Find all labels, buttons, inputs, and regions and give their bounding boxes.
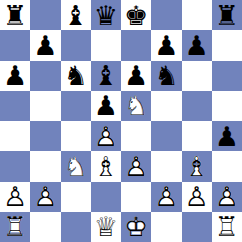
square-h1[interactable]: ♜♖ bbox=[212, 212, 242, 242]
square-e5[interactable]: ♞♘ bbox=[121, 91, 151, 121]
piece-white-king: ♚♔ bbox=[121, 212, 151, 242]
piece-black-bishop: ♝ bbox=[61, 0, 91, 30]
square-d5[interactable]: ♟ bbox=[91, 91, 121, 121]
piece-glyph-outline: ♘ bbox=[61, 151, 91, 181]
piece-white-pawn: ♟♙ bbox=[0, 182, 30, 212]
piece-glyph-outline: ♗ bbox=[91, 151, 121, 181]
piece-black-pawn: ♟ bbox=[151, 30, 181, 60]
square-b1[interactable] bbox=[30, 212, 60, 242]
square-f1[interactable] bbox=[151, 212, 181, 242]
piece-black-queen: ♛ bbox=[91, 0, 121, 30]
square-d8[interactable]: ♛ bbox=[91, 0, 121, 30]
square-f2[interactable]: ♟♙ bbox=[151, 182, 181, 212]
square-g6[interactable] bbox=[182, 61, 212, 91]
square-c2[interactable] bbox=[61, 182, 91, 212]
square-a4[interactable] bbox=[0, 121, 30, 151]
piece-white-bishop: ♝♗ bbox=[91, 151, 121, 181]
square-f6[interactable]: ♞ bbox=[151, 61, 181, 91]
square-a1[interactable]: ♜♖ bbox=[0, 212, 30, 242]
square-a3[interactable] bbox=[0, 151, 30, 181]
square-f3[interactable] bbox=[151, 151, 181, 181]
square-g5[interactable] bbox=[182, 91, 212, 121]
piece-white-pawn: ♟♙ bbox=[121, 151, 151, 181]
piece-black-pawn: ♟ bbox=[91, 91, 121, 121]
square-f8[interactable] bbox=[151, 0, 181, 30]
square-b5[interactable] bbox=[30, 91, 60, 121]
square-c8[interactable]: ♝ bbox=[61, 0, 91, 30]
piece-glyph-outline: ♖ bbox=[0, 212, 30, 242]
square-a2[interactable]: ♟♙ bbox=[0, 182, 30, 212]
piece-black-king: ♚ bbox=[121, 0, 151, 30]
square-c7[interactable] bbox=[61, 30, 91, 60]
piece-white-bishop: ♝♗ bbox=[182, 151, 212, 181]
square-b2[interactable]: ♟♙ bbox=[30, 182, 60, 212]
piece-white-pawn: ♟♙ bbox=[30, 182, 60, 212]
piece-glyph-outline: ♙ bbox=[212, 182, 242, 212]
square-d7[interactable] bbox=[91, 30, 121, 60]
piece-black-bishop: ♝ bbox=[91, 61, 121, 91]
square-g3[interactable]: ♝♗ bbox=[182, 151, 212, 181]
piece-black-knight: ♞ bbox=[61, 61, 91, 91]
piece-white-pawn: ♟♙ bbox=[212, 182, 242, 212]
piece-white-knight: ♞♘ bbox=[61, 151, 91, 181]
square-h6[interactable] bbox=[212, 61, 242, 91]
square-c1[interactable] bbox=[61, 212, 91, 242]
piece-glyph-outline: ♕ bbox=[91, 212, 121, 242]
piece-black-rook: ♜ bbox=[0, 0, 30, 30]
piece-black-pawn: ♟ bbox=[212, 121, 242, 151]
square-h3[interactable] bbox=[212, 151, 242, 181]
piece-glyph-outline: ♙ bbox=[30, 182, 60, 212]
square-g8[interactable] bbox=[182, 0, 212, 30]
square-a8[interactable]: ♜ bbox=[0, 0, 30, 30]
square-h7[interactable] bbox=[212, 30, 242, 60]
square-h5[interactable] bbox=[212, 91, 242, 121]
piece-glyph-outline: ♙ bbox=[121, 151, 151, 181]
square-f4[interactable] bbox=[151, 121, 181, 151]
square-e3[interactable]: ♟♙ bbox=[121, 151, 151, 181]
square-c3[interactable]: ♞♘ bbox=[61, 151, 91, 181]
piece-white-pawn: ♟♙ bbox=[91, 121, 121, 151]
piece-white-queen: ♛♕ bbox=[91, 212, 121, 242]
piece-white-pawn: ♟♙ bbox=[151, 182, 181, 212]
piece-glyph-outline: ♔ bbox=[121, 212, 151, 242]
square-c4[interactable] bbox=[61, 121, 91, 151]
piece-glyph-outline: ♘ bbox=[121, 91, 151, 121]
square-c5[interactable] bbox=[61, 91, 91, 121]
piece-white-knight: ♞♘ bbox=[121, 91, 151, 121]
square-b3[interactable] bbox=[30, 151, 60, 181]
square-h8[interactable]: ♜ bbox=[212, 0, 242, 30]
square-d6[interactable]: ♝ bbox=[91, 61, 121, 91]
square-b7[interactable]: ♟ bbox=[30, 30, 60, 60]
piece-glyph-outline: ♖ bbox=[212, 212, 242, 242]
piece-black-knight: ♞ bbox=[151, 61, 181, 91]
piece-glyph-outline: ♙ bbox=[0, 182, 30, 212]
square-a6[interactable]: ♟ bbox=[0, 61, 30, 91]
piece-glyph-outline: ♗ bbox=[182, 151, 212, 181]
square-b4[interactable] bbox=[30, 121, 60, 151]
piece-black-pawn: ♟ bbox=[182, 30, 212, 60]
square-e4[interactable] bbox=[121, 121, 151, 151]
square-g7[interactable]: ♟ bbox=[182, 30, 212, 60]
square-e7[interactable] bbox=[121, 30, 151, 60]
square-c6[interactable]: ♞ bbox=[61, 61, 91, 91]
piece-black-pawn: ♟ bbox=[30, 30, 60, 60]
square-b8[interactable] bbox=[30, 0, 60, 30]
square-h4[interactable]: ♟ bbox=[212, 121, 242, 151]
piece-white-pawn: ♟♙ bbox=[182, 182, 212, 212]
square-d1[interactable]: ♛♕ bbox=[91, 212, 121, 242]
piece-black-rook: ♜ bbox=[212, 0, 242, 30]
square-f5[interactable] bbox=[151, 91, 181, 121]
piece-black-pawn: ♟ bbox=[0, 61, 30, 91]
square-b6[interactable] bbox=[30, 61, 60, 91]
piece-black-pawn: ♟ bbox=[121, 61, 151, 91]
piece-glyph-outline: ♙ bbox=[91, 121, 121, 151]
square-a5[interactable] bbox=[0, 91, 30, 121]
square-g4[interactable] bbox=[182, 121, 212, 151]
square-e2[interactable] bbox=[121, 182, 151, 212]
square-f7[interactable]: ♟ bbox=[151, 30, 181, 60]
chess-board: ♜♝♛♚♜♟♟♟♟♞♝♟♞♟♞♘♟♙♟♞♘♝♗♟♙♝♗♟♙♟♙♟♙♟♙♟♙♜♖♛… bbox=[0, 0, 242, 242]
square-h2[interactable]: ♟♙ bbox=[212, 182, 242, 212]
piece-glyph-outline: ♙ bbox=[182, 182, 212, 212]
square-d4[interactable]: ♟♙ bbox=[91, 121, 121, 151]
piece-glyph-outline: ♙ bbox=[151, 182, 181, 212]
square-d3[interactable]: ♝♗ bbox=[91, 151, 121, 181]
square-e1[interactable]: ♚♔ bbox=[121, 212, 151, 242]
square-g2[interactable]: ♟♙ bbox=[182, 182, 212, 212]
square-a7[interactable] bbox=[0, 30, 30, 60]
square-e8[interactable]: ♚ bbox=[121, 0, 151, 30]
square-e6[interactable]: ♟ bbox=[121, 61, 151, 91]
piece-white-rook: ♜♖ bbox=[212, 212, 242, 242]
square-g1[interactable] bbox=[182, 212, 212, 242]
piece-white-rook: ♜♖ bbox=[0, 212, 30, 242]
square-d2[interactable] bbox=[91, 182, 121, 212]
